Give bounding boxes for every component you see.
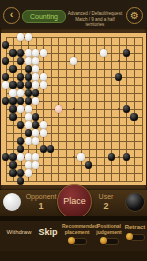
black-stone[interactable] (17, 121, 24, 128)
white-stone[interactable] (32, 137, 39, 144)
positional-judgement-button[interactable]: Positional judgement (94, 223, 124, 244)
white-stone[interactable] (17, 153, 24, 160)
white-stone[interactable] (32, 129, 39, 136)
opponent-capture-block: Opponent 1 (24, 192, 58, 211)
star-point (118, 60, 120, 62)
black-stone[interactable] (9, 169, 16, 176)
black-stone[interactable] (47, 145, 54, 152)
black-stone[interactable] (25, 73, 32, 80)
star-point (73, 156, 75, 158)
retract-coin-pill (126, 233, 144, 240)
user-capture-block: User 2 (89, 192, 123, 211)
coin-icon (100, 237, 107, 244)
black-stone[interactable] (2, 41, 9, 48)
white-stone[interactable] (40, 49, 47, 56)
white-stone[interactable] (17, 33, 24, 40)
white-stone[interactable] (32, 57, 39, 64)
black-stone[interactable] (17, 49, 24, 56)
status-badge: Counting (22, 10, 66, 23)
white-stone[interactable] (40, 129, 47, 136)
white-stone[interactable] (2, 81, 9, 88)
black-stone[interactable] (25, 65, 32, 72)
black-stone[interactable] (32, 89, 39, 96)
black-stone[interactable] (9, 81, 16, 88)
board-frame (0, 28, 147, 190)
go-app: ‹ Counting Advanced / Default/request Ma… (0, 0, 147, 261)
withdraw-button[interactable]: Withdraw (2, 229, 36, 235)
place-button[interactable]: Place (57, 184, 92, 219)
grid-line (134, 37, 135, 181)
retract-label: Retract (124, 223, 146, 231)
match-info: Advanced / Default/request Match / 9 and… (66, 11, 124, 28)
white-stone[interactable] (32, 65, 39, 72)
top-bar: ‹ Counting Advanced / Default/request Ma… (0, 0, 147, 28)
white-stone[interactable] (25, 57, 32, 64)
black-stone[interactable] (108, 153, 115, 160)
black-stone[interactable] (123, 153, 130, 160)
black-stone[interactable] (17, 73, 24, 80)
white-stone[interactable] (25, 161, 32, 168)
recommended-placement-button[interactable]: Recommended placement (62, 223, 92, 244)
black-stone[interactable] (17, 169, 24, 176)
coin-icon (126, 233, 133, 240)
user-black-stone-icon (126, 193, 144, 211)
go-board[interactable] (1, 33, 146, 185)
white-stone[interactable] (32, 153, 39, 160)
user-label: User (89, 192, 123, 201)
white-stone[interactable] (40, 81, 47, 88)
white-stone[interactable] (32, 97, 39, 104)
grid-line (66, 37, 67, 181)
coin-icon (68, 237, 75, 244)
black-stone[interactable] (17, 145, 24, 152)
white-stone[interactable] (32, 73, 39, 80)
grid-line (51, 37, 52, 181)
star-point (118, 108, 120, 110)
black-stone[interactable] (2, 57, 9, 64)
grid-line (89, 37, 90, 181)
match-info-line2: Match / 9 and a half territories (66, 17, 124, 28)
black-stone[interactable] (130, 113, 137, 120)
white-stone[interactable] (25, 49, 32, 56)
opponent-white-stone-icon (3, 193, 21, 211)
opponent-count: 1 (24, 201, 58, 211)
score-bar: Opponent 1 Place User 2 (0, 190, 147, 216)
black-stone[interactable] (9, 97, 16, 104)
white-stone[interactable] (25, 137, 32, 144)
back-button[interactable]: ‹ (3, 7, 20, 24)
white-stone[interactable] (25, 121, 32, 128)
white-stone[interactable] (32, 81, 39, 88)
white-stone[interactable] (70, 57, 77, 64)
white-stone[interactable] (25, 153, 32, 160)
retract-button[interactable]: Retract (124, 223, 146, 240)
grid-line (43, 37, 44, 181)
white-stone[interactable] (40, 121, 47, 128)
white-stone[interactable] (55, 105, 62, 112)
white-stone[interactable] (77, 153, 84, 160)
grid-line (142, 37, 143, 181)
grid-line (104, 37, 105, 181)
black-stone[interactable] (2, 73, 9, 80)
black-stone[interactable] (115, 73, 122, 80)
skip-button[interactable]: Skip (36, 227, 60, 237)
settings-gear-icon[interactable]: ⚙ (126, 7, 143, 24)
actions-row: Withdraw Skip Recommended placement Posi… (0, 221, 147, 251)
black-stone[interactable] (17, 97, 24, 104)
grid-line (6, 181, 142, 182)
black-stone[interactable] (9, 49, 16, 56)
black-stone[interactable] (32, 113, 39, 120)
user-count: 2 (89, 201, 123, 211)
black-stone[interactable] (123, 105, 130, 112)
white-stone[interactable] (25, 169, 32, 176)
black-stone[interactable] (17, 81, 24, 88)
black-stone[interactable] (25, 81, 32, 88)
white-stone[interactable] (25, 33, 32, 40)
grid-line (96, 37, 97, 181)
white-stone[interactable] (32, 161, 39, 168)
white-stone[interactable] (100, 49, 107, 56)
black-stone[interactable] (17, 137, 24, 144)
black-stone[interactable] (123, 49, 130, 56)
white-stone[interactable] (17, 105, 24, 112)
black-stone[interactable] (9, 113, 16, 120)
opponent-label: Opponent (24, 192, 58, 201)
white-stone[interactable] (25, 105, 32, 112)
white-stone[interactable] (40, 73, 47, 80)
recommended-placement-label2: placement (62, 229, 92, 235)
white-stone[interactable] (9, 89, 16, 96)
positional-judgement-label2: judgement (94, 229, 124, 235)
black-stone[interactable] (40, 145, 47, 152)
black-stone[interactable] (9, 65, 16, 72)
star-point (118, 156, 120, 158)
black-stone[interactable] (85, 161, 92, 168)
star-point (73, 108, 75, 110)
white-stone[interactable] (25, 113, 32, 120)
black-stone[interactable] (9, 161, 16, 168)
black-stone[interactable] (25, 89, 32, 96)
black-stone[interactable] (25, 97, 32, 104)
black-stone[interactable] (25, 129, 32, 136)
black-stone[interactable] (9, 105, 16, 112)
recommend-coin-pill (68, 237, 86, 244)
bottom-panel: Opponent 1 Place User 2 Withdraw Skip Re… (0, 190, 147, 261)
white-stone[interactable] (32, 49, 39, 56)
black-stone[interactable] (17, 177, 24, 184)
black-stone[interactable] (17, 57, 24, 64)
judge-coin-pill (100, 237, 118, 244)
black-stone[interactable] (2, 153, 9, 160)
black-stone[interactable] (9, 153, 16, 160)
black-stone[interactable] (32, 121, 39, 128)
black-stone[interactable] (2, 97, 9, 104)
white-stone[interactable] (17, 89, 24, 96)
match-info-line1: Advanced / Default/request (66, 11, 124, 17)
